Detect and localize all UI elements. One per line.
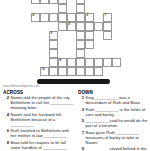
across-clue-8: 8Boaz told his reapers to let fall some …	[3, 141, 74, 150]
grid-cell[interactable]	[40, 0, 49, 4]
crossword-worksheet-page: { "game": "crossword", "theme": "Book of…	[0, 0, 150, 150]
clue-number-4: 4	[33, 14, 35, 17]
down-clues-column: DOWN 1King __________ was a descendant o…	[78, 90, 148, 151]
grid-cell[interactable]	[49, 0, 58, 4]
grid-cell[interactable]	[49, 49, 58, 58]
grid-cell[interactable]	[67, 13, 76, 22]
grid-cell[interactable]: 9	[49, 31, 58, 40]
clue-number: 4	[3, 113, 11, 128]
grid-cell[interactable]	[58, 4, 67, 13]
grid-cell[interactable]	[76, 67, 85, 76]
grid-cell[interactable]: 4	[31, 13, 40, 22]
grid-cell[interactable]	[76, 4, 85, 13]
across-header: ACROSS	[3, 90, 74, 95]
across-clue-4: 4Naomi and her husband left Bethlehem be…	[3, 113, 74, 128]
grid-cell[interactable]	[76, 31, 85, 40]
grid-cell[interactable]	[103, 31, 112, 40]
crossword-grid: 12345678910	[0, 0, 150, 77]
grid-cell[interactable]	[49, 40, 58, 49]
clue-number: 9	[78, 147, 86, 150]
clue-number-8: 8	[60, 59, 62, 62]
grid-cell[interactable]	[85, 22, 94, 31]
clue-text: Naomi told the people of the city Bethle…	[11, 96, 75, 111]
clue-number: 3	[78, 108, 86, 118]
grid-cell[interactable]	[85, 58, 94, 67]
clue-number: 6	[3, 129, 11, 139]
clue-text: Naomi and her husband left Bethlehem bec…	[11, 113, 75, 128]
grid-cell[interactable]	[94, 22, 103, 31]
across-clue-6: 6Ruth traveled to Bethlehem with her mot…	[3, 129, 74, 139]
down-clue-1: 1King __________ was a descendant of Rut…	[78, 96, 148, 106]
grid-cell[interactable]	[103, 58, 112, 67]
grid-cell[interactable]	[49, 13, 58, 22]
grid-cell[interactable]: 8	[58, 58, 67, 67]
down-clue-7: 7Boaz gave Ruth __________ measures of b…	[78, 131, 148, 146]
grid-cell[interactable]	[67, 67, 76, 76]
grid-cell[interactable]	[94, 67, 103, 76]
clue-text: Boaz gave Ruth __________ measures of ba…	[86, 131, 149, 146]
grid-cell[interactable]	[76, 22, 85, 31]
down-header: DOWN	[78, 90, 148, 95]
clue-text: __________ said he would do the part of …	[86, 119, 149, 129]
grid-cell[interactable]	[76, 49, 85, 58]
grid-cell[interactable]: 7	[103, 13, 112, 22]
grid-cell[interactable]	[76, 58, 85, 67]
clue-text: __________ stayed behind in the	[86, 147, 149, 150]
clue-text: Ruth traveled to Bethlehem with her moth…	[11, 129, 75, 139]
clue-number-7: 7	[105, 14, 107, 17]
clue-number-10: 10	[42, 68, 45, 71]
title-bar	[37, 79, 110, 84]
across-clues-column: ACROSS 2Naomi told the people of the cit…	[3, 90, 74, 151]
grid-cell[interactable]	[58, 22, 67, 31]
grid-cell[interactable]	[58, 67, 67, 76]
grid-cell[interactable]	[94, 58, 103, 67]
source-url: www.biblewordgames.com	[3, 85, 40, 88]
grid-cell[interactable]	[67, 58, 76, 67]
grid-cell[interactable]	[49, 67, 58, 76]
grid-cell[interactable]: 10	[40, 67, 49, 76]
clue-number: 5	[78, 119, 86, 129]
grid-cell[interactable]	[112, 58, 121, 67]
clue-number: 1	[78, 96, 86, 106]
down-clue-5: 5__________ said he would do the part of…	[78, 119, 148, 129]
grid-cell[interactable]: 6	[67, 22, 76, 31]
down-clue-3: 3Ruth __________ in the fields of corn a…	[78, 108, 148, 118]
clue-number: 8	[3, 141, 11, 150]
grid-cell[interactable]	[40, 13, 49, 22]
clue-text: Boaz told his reapers to let fall some h…	[11, 141, 75, 150]
clue-number: 7	[78, 131, 86, 146]
grid-cell[interactable]: 5	[85, 13, 94, 22]
clue-text: King __________ was a descendant of Ruth…	[86, 96, 149, 106]
grid-cell[interactable]: 2	[31, 0, 40, 4]
clue-number-5: 5	[87, 14, 89, 17]
clue-number: 2	[3, 96, 11, 111]
grid-cell[interactable]	[58, 13, 67, 22]
grid-cell[interactable]	[49, 58, 58, 67]
clue-number-6: 6	[69, 23, 71, 26]
grid-cell[interactable]	[85, 40, 94, 49]
clue-text: Ruth __________ in the fields of corn an…	[86, 108, 149, 118]
grid-cell[interactable]	[103, 22, 112, 31]
grid-cell[interactable]	[85, 67, 94, 76]
across-clue-2: 2Naomi told the people of the city Bethl…	[3, 96, 74, 111]
down-clue-9: 9__________ stayed behind in the	[78, 147, 148, 150]
clue-number-9: 9	[51, 32, 53, 35]
grid-cell[interactable]	[76, 40, 85, 49]
grid-cell[interactable]	[76, 13, 85, 22]
grid-cell[interactable]	[85, 31, 94, 40]
